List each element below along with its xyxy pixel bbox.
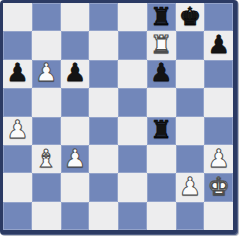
square-e7[interactable] — [118, 31, 147, 59]
square-a4[interactable]: ♟ — [3, 117, 32, 145]
square-b8[interactable] — [32, 3, 61, 31]
square-c7[interactable] — [61, 31, 90, 59]
square-b4[interactable] — [32, 117, 61, 145]
square-h3[interactable]: ♟ — [204, 145, 233, 173]
square-b2[interactable] — [32, 173, 61, 201]
square-a2[interactable] — [3, 173, 32, 201]
square-d8[interactable] — [89, 3, 118, 31]
white-rook[interactable]: ♜ — [150, 32, 172, 57]
square-b7[interactable] — [32, 31, 61, 59]
square-d6[interactable] — [89, 60, 118, 88]
square-d5[interactable] — [89, 88, 118, 116]
black-pawn[interactable]: ♟ — [150, 60, 172, 85]
square-a8[interactable] — [3, 3, 32, 31]
black-pawn[interactable]: ♟ — [6, 60, 28, 85]
white-pawn[interactable]: ♟ — [6, 117, 28, 142]
white-pawn[interactable]: ♟ — [179, 174, 201, 199]
square-h8[interactable] — [204, 3, 233, 31]
square-b5[interactable] — [32, 88, 61, 116]
square-g6[interactable] — [176, 60, 205, 88]
black-rook[interactable]: ♜ — [150, 4, 172, 29]
square-g5[interactable] — [176, 88, 205, 116]
square-g4[interactable] — [176, 117, 205, 145]
square-b3[interactable]: ♝ — [32, 145, 61, 173]
square-e8[interactable] — [118, 3, 147, 31]
square-d2[interactable] — [89, 173, 118, 201]
square-h5[interactable] — [204, 88, 233, 116]
square-h2[interactable]: ♚ — [204, 173, 233, 201]
square-g7[interactable] — [176, 31, 205, 59]
square-d7[interactable] — [89, 31, 118, 59]
white-king[interactable]: ♚ — [207, 174, 229, 199]
black-king[interactable]: ♚ — [179, 4, 201, 29]
square-c5[interactable] — [61, 88, 90, 116]
square-b6[interactable]: ♟ — [32, 60, 61, 88]
square-c8[interactable] — [61, 3, 90, 31]
square-d1[interactable] — [89, 202, 118, 230]
square-g8[interactable]: ♚ — [176, 3, 205, 31]
square-f3[interactable] — [147, 145, 176, 173]
square-f1[interactable] — [147, 202, 176, 230]
square-a3[interactable] — [3, 145, 32, 173]
square-h6[interactable] — [204, 60, 233, 88]
square-e6[interactable] — [118, 60, 147, 88]
square-h4[interactable] — [204, 117, 233, 145]
square-c3[interactable]: ♟ — [61, 145, 90, 173]
square-a5[interactable] — [3, 88, 32, 116]
white-pawn[interactable]: ♟ — [207, 146, 229, 171]
square-f6[interactable]: ♟ — [147, 60, 176, 88]
square-e2[interactable] — [118, 173, 147, 201]
square-e3[interactable] — [118, 145, 147, 173]
square-f8[interactable]: ♜ — [147, 3, 176, 31]
square-g1[interactable] — [176, 202, 205, 230]
square-c4[interactable] — [61, 117, 90, 145]
white-pawn[interactable]: ♟ — [35, 60, 57, 85]
square-f4[interactable]: ♜ — [147, 117, 176, 145]
white-pawn[interactable]: ♟ — [64, 146, 86, 171]
square-c6[interactable]: ♟ — [61, 60, 90, 88]
square-a1[interactable] — [3, 202, 32, 230]
square-h7[interactable]: ♟ — [204, 31, 233, 59]
square-d3[interactable] — [89, 145, 118, 173]
black-pawn[interactable]: ♟ — [207, 32, 229, 57]
board-frame: ♜♚♜♟♟♟♟♟♟♜♝♟♟♟♚ — [0, 0, 238, 235]
square-a7[interactable] — [3, 31, 32, 59]
square-g3[interactable] — [176, 145, 205, 173]
square-h1[interactable] — [204, 202, 233, 230]
square-e5[interactable] — [118, 88, 147, 116]
square-c2[interactable] — [61, 173, 90, 201]
square-e4[interactable] — [118, 117, 147, 145]
square-e1[interactable] — [118, 202, 147, 230]
square-c1[interactable] — [61, 202, 90, 230]
black-pawn[interactable]: ♟ — [64, 60, 86, 85]
square-b1[interactable] — [32, 202, 61, 230]
square-f7[interactable]: ♜ — [147, 31, 176, 59]
white-bishop[interactable]: ♝ — [35, 146, 57, 171]
chess-board: ♜♚♜♟♟♟♟♟♟♜♝♟♟♟♚ — [3, 3, 233, 230]
square-d4[interactable] — [89, 117, 118, 145]
square-f2[interactable] — [147, 173, 176, 201]
square-f5[interactable] — [147, 88, 176, 116]
black-rook[interactable]: ♜ — [150, 117, 172, 142]
square-a6[interactable]: ♟ — [3, 60, 32, 88]
square-g2[interactable]: ♟ — [176, 173, 205, 201]
